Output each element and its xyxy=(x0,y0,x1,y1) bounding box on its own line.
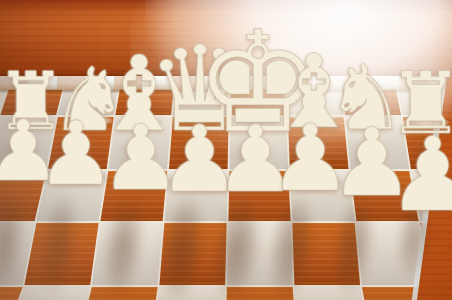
glass-chess-set-photo: ♜♞♝♛♚♝♞♜♟♟♟♟♟♟♟♟ xyxy=(0,0,452,300)
pieces-layer: ♜♞♝♛♚♝♞♜♟♟♟♟♟♟♟♟ xyxy=(0,0,452,300)
piece-pawn-h7[interactable]: ♟ xyxy=(382,124,452,226)
